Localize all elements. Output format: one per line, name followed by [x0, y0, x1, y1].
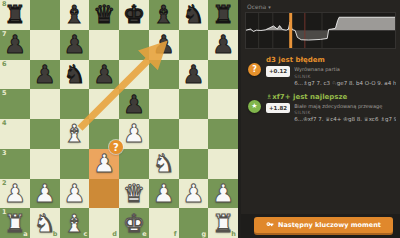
square-d7[interactable]: [89, 30, 119, 60]
square-a1[interactable]: ♜1a: [0, 208, 30, 238]
black-p-piece: ♟: [0, 30, 30, 60]
comment-title[interactable]: d3 jest błędem: [266, 56, 396, 64]
square-h4[interactable]: [208, 119, 238, 149]
white-p-piece: ♟: [60, 179, 90, 209]
square-f8[interactable]: ♝: [149, 0, 179, 30]
square-g6[interactable]: ♟: [179, 60, 209, 90]
square-c4[interactable]: ♝: [60, 119, 90, 149]
square-g2[interactable]: ♟: [179, 179, 209, 209]
square-e7[interactable]: [119, 30, 149, 60]
square-f2[interactable]: ♟: [149, 179, 179, 209]
square-h5[interactable]: [208, 89, 238, 119]
square-g7[interactable]: [179, 30, 209, 60]
square-c8[interactable]: ♝: [60, 0, 90, 30]
square-f1[interactable]: f: [149, 208, 179, 238]
square-h8[interactable]: ♜: [208, 0, 238, 30]
square-e5[interactable]: ♟: [119, 89, 149, 119]
file-label-b: b: [53, 231, 58, 238]
black-p-piece: ♟: [208, 30, 238, 60]
square-b5[interactable]: [30, 89, 60, 119]
panel-footer: Następny kluczowy moment: [241, 214, 400, 238]
black-p-piece: ♟: [179, 60, 209, 90]
white-q-piece: ♛: [119, 179, 149, 209]
best-move-icon: ★: [248, 100, 261, 113]
square-h6[interactable]: [208, 60, 238, 90]
engine-line[interactable]: 6...♔xf7 7. ♕c4+ ♔g8 8. ♕xc6 ♗g7 9. ♘c3 …: [294, 116, 396, 122]
square-a3[interactable]: 3: [0, 149, 30, 179]
square-h3[interactable]: [208, 149, 238, 179]
square-e8[interactable]: ♚: [119, 0, 149, 30]
square-e2[interactable]: ♛: [119, 179, 149, 209]
square-e3[interactable]: [119, 149, 149, 179]
square-h7[interactable]: ♟: [208, 30, 238, 60]
rank-label-8: 8: [2, 1, 7, 8]
square-b2[interactable]: ♟: [30, 179, 60, 209]
square-b6[interactable]: ♟: [30, 60, 60, 90]
square-a5[interactable]: 5: [0, 89, 30, 119]
square-c5[interactable]: [60, 89, 90, 119]
square-g1[interactable]: g: [179, 208, 209, 238]
square-c2[interactable]: ♟: [60, 179, 90, 209]
analysis-panel: Ocena ▾ ? d3 jest błędem +0.12 Wyrównana…: [238, 0, 400, 238]
white-p-piece: ♟: [208, 179, 238, 209]
square-c7[interactable]: ♟: [60, 30, 90, 60]
comment-mistake: ? d3 jest błędem +0.12 Wyrównana partia …: [241, 53, 400, 90]
square-a8[interactable]: ♜8: [0, 0, 30, 30]
square-d6[interactable]: ♟: [89, 60, 119, 90]
white-p-piece: ♟: [119, 119, 149, 149]
file-label-g: g: [202, 231, 207, 238]
engine-label: SILNIK: [294, 74, 396, 79]
rank-label-2: 2: [2, 180, 7, 187]
white-p-piece: ♟: [0, 179, 30, 209]
eval-badge: +1.82: [266, 103, 290, 114]
graph-type-dropdown[interactable]: Ocena ▾: [241, 0, 400, 12]
next-key-moment-button[interactable]: Następny kluczowy moment: [254, 217, 393, 233]
eval-description: Wyrównana partia: [294, 66, 396, 73]
black-p-piece: ♟: [89, 60, 119, 90]
square-g5[interactable]: [179, 89, 209, 119]
square-d8[interactable]: ♛: [89, 0, 119, 30]
eval-description: Białe mają zdecydowaną przewagę: [294, 103, 396, 110]
white-b-piece: ♝: [60, 119, 90, 149]
rank-label-4: 4: [2, 120, 7, 127]
comment-best-move: ★ ♗xf7+ jest najlepsze +1.82 Białe mają …: [241, 90, 400, 127]
square-g4[interactable]: [179, 119, 209, 149]
rank-label-1: 1: [2, 209, 7, 216]
square-b8[interactable]: [30, 0, 60, 30]
mistake-icon: ?: [248, 63, 261, 76]
square-h2[interactable]: ♟: [208, 179, 238, 209]
square-g8[interactable]: ♞: [179, 0, 209, 30]
black-p-piece: ♟: [30, 60, 60, 90]
square-f6[interactable]: [149, 60, 179, 90]
evaluation-graph[interactable]: [245, 12, 396, 49]
square-f5[interactable]: [149, 89, 179, 119]
black-r-piece: ♜: [208, 0, 238, 30]
file-label-e: e: [142, 231, 146, 238]
white-r-piece: ♜: [0, 208, 30, 238]
black-n-piece: ♞: [60, 60, 90, 90]
black-b-piece: ♝: [149, 0, 179, 30]
black-p-piece: ♟: [60, 30, 90, 60]
rank-label-5: 5: [2, 90, 7, 97]
white-k-piece: ♚: [119, 208, 149, 238]
square-b4[interactable]: [30, 119, 60, 149]
square-c1[interactable]: ♝c: [60, 208, 90, 238]
black-n-piece: ♞: [179, 0, 209, 30]
file-label-a: a: [23, 231, 27, 238]
file-label-d: d: [112, 231, 117, 238]
board-grid[interactable]: ♜8♝♛♚♝♞♜♟7♟♟♟6♟♞♟♟5♟4♝♟3♟♞♟2♟♟♛♟♟♟♜1a♞b♝…: [0, 0, 238, 238]
file-label-c: c: [83, 231, 87, 238]
black-r-piece: ♜: [0, 0, 30, 30]
graph-type-label: Ocena: [247, 3, 266, 10]
black-p-piece: ♟: [149, 30, 179, 60]
next-key-moment-label: Następny kluczowy moment: [278, 221, 381, 229]
engine-line[interactable]: 6...♗g7 7. c3 ♘ge7 8. b4 O-O 9. a4 h6 10…: [294, 80, 396, 86]
square-f4[interactable]: [149, 119, 179, 149]
game-review-app: ♜8♝♛♚♝♞♜♟7♟♟♟6♟♞♟♟5♟4♝♟3♟♞♟2♟♟♛♟♟♟♜1a♞b♝…: [0, 0, 400, 238]
white-r-piece: ♜: [208, 208, 238, 238]
comment-title[interactable]: ♗xf7+ jest najlepsze: [266, 93, 396, 101]
square-e1[interactable]: ♚e: [119, 208, 149, 238]
square-d1[interactable]: d: [89, 208, 119, 238]
black-q-piece: ♛: [89, 0, 119, 30]
square-e4[interactable]: ♟: [119, 119, 149, 149]
square-h1[interactable]: ♜h: [208, 208, 238, 238]
chevron-down-icon: ▾: [268, 4, 271, 10]
rank-label-6: 6: [2, 61, 7, 68]
engine-label: SILNIK: [294, 110, 396, 115]
black-b-piece: ♝: [60, 0, 90, 30]
chess-board[interactable]: ♜8♝♛♚♝♞♜♟7♟♟♟6♟♞♟♟5♟4♝♟3♟♞♟2♟♟♛♟♟♟♜1a♞b♝…: [0, 0, 238, 238]
rank-label-7: 7: [2, 31, 7, 38]
file-label-h: h: [231, 231, 236, 238]
square-a2[interactable]: ♟2: [0, 179, 30, 209]
square-a6[interactable]: 6: [0, 60, 30, 90]
eval-badge: +0.12: [266, 66, 290, 77]
square-e6[interactable]: [119, 60, 149, 90]
mistake-badge-icon: ?: [109, 140, 123, 154]
white-n-piece: ♞: [30, 208, 60, 238]
white-p-piece: ♟: [149, 179, 179, 209]
square-d5[interactable]: [89, 89, 119, 119]
black-p-piece: ♟: [119, 89, 149, 119]
square-f7[interactable]: ♟: [149, 30, 179, 60]
square-g3[interactable]: [179, 149, 209, 179]
black-k-piece: ♚: [119, 0, 149, 30]
square-c6[interactable]: ♞: [60, 60, 90, 90]
white-b-piece: ♝: [60, 208, 90, 238]
square-c3[interactable]: [60, 149, 90, 179]
rank-label-3: 3: [2, 150, 7, 157]
coach-comments: ? d3 jest błędem +0.12 Wyrównana partia …: [241, 53, 400, 126]
white-n-piece: ♞: [149, 149, 179, 179]
square-a7[interactable]: ♟7: [0, 30, 30, 60]
key-icon: [266, 221, 274, 229]
panel-spacer: [241, 126, 400, 214]
square-f3[interactable]: ♞: [149, 149, 179, 179]
square-a4[interactable]: 4: [0, 119, 30, 149]
square-b7[interactable]: [30, 30, 60, 60]
square-b3[interactable]: [30, 149, 60, 179]
white-p-piece: ♟: [179, 179, 209, 209]
white-p-piece: ♟: [30, 179, 60, 209]
square-b1[interactable]: ♞b: [30, 208, 60, 238]
file-label-f: f: [174, 231, 177, 238]
square-d2[interactable]: [89, 179, 119, 209]
